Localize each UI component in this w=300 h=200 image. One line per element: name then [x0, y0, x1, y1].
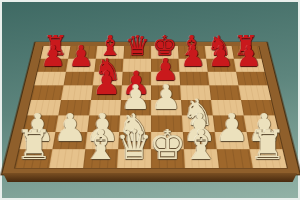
- piece-white-bishop-c1[interactable]: ♝: [83, 126, 120, 167]
- piece-black-pawn-b7[interactable]: ♟: [68, 42, 94, 71]
- piece-black-pawn-a7[interactable]: ♟: [40, 42, 66, 71]
- piece-black-pawn-f7[interactable]: ♟: [180, 42, 206, 71]
- piece-black-pawn-h7[interactable]: ♟: [236, 42, 262, 71]
- piece-black-queen-d8[interactable]: ♛: [125, 31, 149, 58]
- piece-white-pawn-e4[interactable]: ♟: [151, 81, 181, 115]
- piece-white-pawn-g2[interactable]: ♟: [215, 110, 249, 148]
- chess-app-background: ♜♝♛♚♝♞♜♟♟♟♟♟♞♟♟♟♟♟♞♟♟♟♞♟♟♟♜♝♛♚♝♜: [0, 0, 300, 200]
- piece-white-bishop-f1[interactable]: ♝: [183, 126, 220, 167]
- piece-white-rook-a1[interactable]: ♜: [16, 126, 53, 167]
- piece-black-pawn-c5[interactable]: ♟: [92, 67, 121, 99]
- piece-white-king-e1[interactable]: ♚: [149, 126, 186, 167]
- piece-white-rook-h1[interactable]: ♜: [250, 126, 287, 167]
- piece-white-queen-d1[interactable]: ♛: [116, 126, 153, 167]
- pieces-layer: ♜♝♛♚♝♞♜♟♟♟♟♟♞♟♟♟♟♟♞♟♟♟♞♟♟♟♜♝♛♚♝♜: [0, 0, 300, 200]
- piece-black-pawn-g7[interactable]: ♟: [208, 42, 234, 71]
